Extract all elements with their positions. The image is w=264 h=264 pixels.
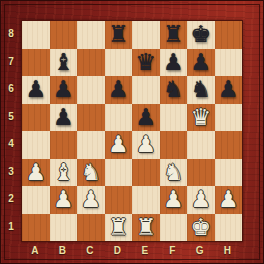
square-a1[interactable] xyxy=(22,214,50,242)
square-c4[interactable] xyxy=(77,131,105,159)
square-e6[interactable] xyxy=(132,76,160,104)
piece-black-knight-g6[interactable]: ♞ xyxy=(187,76,215,104)
piece-white-pawn-f2[interactable]: ♟ xyxy=(160,186,188,214)
rank-label-4: 4 xyxy=(3,130,19,158)
square-f1[interactable] xyxy=(160,214,188,242)
square-e3[interactable] xyxy=(132,159,160,187)
piece-white-pawn-h2[interactable]: ♟ xyxy=(215,186,243,214)
piece-black-pawn-a6[interactable]: ♟ xyxy=(22,76,50,104)
square-b3[interactable]: ♝ xyxy=(50,159,78,187)
piece-white-pawn-g2[interactable]: ♟ xyxy=(187,186,215,214)
square-h5[interactable] xyxy=(215,104,243,132)
square-a3[interactable]: ♟ xyxy=(22,159,50,187)
square-c3[interactable]: ♞ xyxy=(77,159,105,187)
square-f2[interactable]: ♟ xyxy=(160,186,188,214)
piece-black-pawn-e5[interactable]: ♟ xyxy=(132,104,160,132)
square-f5[interactable] xyxy=(160,104,188,132)
square-h6[interactable]: ♟ xyxy=(215,76,243,104)
square-g7[interactable]: ♟ xyxy=(187,49,215,77)
piece-white-king-g1[interactable]: ♚ xyxy=(187,214,215,242)
square-g3[interactable] xyxy=(187,159,215,187)
square-f3[interactable]: ♞ xyxy=(160,159,188,187)
square-b5[interactable]: ♟ xyxy=(50,104,78,132)
piece-black-king-g8[interactable]: ♚ xyxy=(187,21,215,49)
square-d8[interactable]: ♜ xyxy=(105,21,133,49)
square-g8[interactable]: ♚ xyxy=(187,21,215,49)
file-label-e: E xyxy=(131,242,159,258)
square-e4[interactable]: ♟ xyxy=(132,131,160,159)
piece-white-rook-d1[interactable]: ♜ xyxy=(105,214,133,242)
square-b1[interactable] xyxy=(50,214,78,242)
square-d7[interactable] xyxy=(105,49,133,77)
piece-black-pawn-b6[interactable]: ♟ xyxy=(50,76,78,104)
square-d2[interactable] xyxy=(105,186,133,214)
square-g5[interactable]: ♛ xyxy=(187,104,215,132)
file-label-g: G xyxy=(186,242,214,258)
piece-black-pawn-g7[interactable]: ♟ xyxy=(187,49,215,77)
rank-label-5: 5 xyxy=(3,103,19,131)
square-f4[interactable] xyxy=(160,131,188,159)
chess-board: ♜♜♚♝♛♟♟♟♟♟♞♞♟♟♟♛♟♟♟♝♞♞♟♟♟♟♟♜♜♚ xyxy=(21,20,243,242)
piece-white-pawn-c2[interactable]: ♟ xyxy=(77,186,105,214)
piece-black-rook-d8[interactable]: ♜ xyxy=(105,21,133,49)
square-f7[interactable]: ♟ xyxy=(160,49,188,77)
square-h7[interactable] xyxy=(215,49,243,77)
rank-label-7: 7 xyxy=(3,48,19,76)
rank-label-2: 2 xyxy=(3,185,19,213)
square-b2[interactable]: ♟ xyxy=(50,186,78,214)
square-e1[interactable]: ♜ xyxy=(132,214,160,242)
square-c2[interactable]: ♟ xyxy=(77,186,105,214)
square-h2[interactable]: ♟ xyxy=(215,186,243,214)
square-a4[interactable] xyxy=(22,131,50,159)
file-label-c: C xyxy=(76,242,104,258)
square-e8[interactable] xyxy=(132,21,160,49)
piece-black-knight-f6[interactable]: ♞ xyxy=(160,76,188,104)
file-label-b: B xyxy=(49,242,77,258)
square-d1[interactable]: ♜ xyxy=(105,214,133,242)
square-c5[interactable] xyxy=(77,104,105,132)
square-c6[interactable] xyxy=(77,76,105,104)
square-e5[interactable]: ♟ xyxy=(132,104,160,132)
square-a7[interactable] xyxy=(22,49,50,77)
square-h8[interactable] xyxy=(215,21,243,49)
square-g4[interactable] xyxy=(187,131,215,159)
square-b6[interactable]: ♟ xyxy=(50,76,78,104)
piece-black-pawn-h6[interactable]: ♟ xyxy=(215,76,243,104)
rank-label-3: 3 xyxy=(3,158,19,186)
piece-white-queen-g5[interactable]: ♛ xyxy=(187,104,215,132)
square-d4[interactable]: ♟ xyxy=(105,131,133,159)
piece-white-pawn-e4[interactable]: ♟ xyxy=(132,131,160,159)
piece-white-pawn-a3[interactable]: ♟ xyxy=(22,159,50,187)
rank-label-1: 1 xyxy=(3,213,19,241)
square-e7[interactable]: ♛ xyxy=(132,49,160,77)
square-c1[interactable] xyxy=(77,214,105,242)
piece-black-rook-f8[interactable]: ♜ xyxy=(160,21,188,49)
piece-black-pawn-b5[interactable]: ♟ xyxy=(50,104,78,132)
file-labels: ABCDEFGH xyxy=(21,242,241,258)
square-h4[interactable] xyxy=(215,131,243,159)
square-f8[interactable]: ♜ xyxy=(160,21,188,49)
piece-black-pawn-d6[interactable]: ♟ xyxy=(105,76,133,104)
piece-white-rook-e1[interactable]: ♜ xyxy=(132,214,160,242)
square-d3[interactable] xyxy=(105,159,133,187)
file-label-h: H xyxy=(214,242,242,258)
file-label-d: D xyxy=(104,242,132,258)
square-h3[interactable] xyxy=(215,159,243,187)
square-c8[interactable] xyxy=(77,21,105,49)
piece-black-queen-e7[interactable]: ♛ xyxy=(132,49,160,77)
square-g6[interactable]: ♞ xyxy=(187,76,215,104)
square-a6[interactable]: ♟ xyxy=(22,76,50,104)
rank-label-6: 6 xyxy=(3,75,19,103)
square-d5[interactable] xyxy=(105,104,133,132)
piece-black-bishop-b7[interactable]: ♝ xyxy=(50,49,78,77)
square-b4[interactable] xyxy=(50,131,78,159)
square-e2[interactable] xyxy=(132,186,160,214)
square-g2[interactable]: ♟ xyxy=(187,186,215,214)
piece-white-knight-f3[interactable]: ♞ xyxy=(160,159,188,187)
rank-label-8: 8 xyxy=(3,20,19,48)
file-label-a: A xyxy=(21,242,49,258)
square-h1[interactable] xyxy=(215,214,243,242)
rank-labels: 87654321 xyxy=(3,20,19,240)
piece-white-pawn-d4[interactable]: ♟ xyxy=(105,131,133,159)
file-label-f: F xyxy=(159,242,187,258)
square-f6[interactable]: ♞ xyxy=(160,76,188,104)
square-b8[interactable] xyxy=(50,21,78,49)
piece-white-knight-c3[interactable]: ♞ xyxy=(77,159,105,187)
piece-black-pawn-f7[interactable]: ♟ xyxy=(160,49,188,77)
piece-white-pawn-b2[interactable]: ♟ xyxy=(50,186,78,214)
square-a2[interactable] xyxy=(22,186,50,214)
square-a8[interactable] xyxy=(22,21,50,49)
square-g1[interactable]: ♚ xyxy=(187,214,215,242)
square-b7[interactable]: ♝ xyxy=(50,49,78,77)
piece-white-bishop-b3[interactable]: ♝ xyxy=(50,159,78,187)
square-a5[interactable] xyxy=(22,104,50,132)
chess-app-window: ♜♜♚♝♛♟♟♟♟♟♞♞♟♟♟♛♟♟♟♝♞♞♟♟♟♟♟♜♜♚ 87654321 … xyxy=(0,0,264,264)
square-c7[interactable] xyxy=(77,49,105,77)
square-d6[interactable]: ♟ xyxy=(105,76,133,104)
